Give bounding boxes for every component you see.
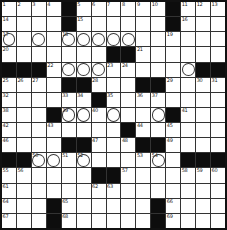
block-cell-r6-c11 [151, 78, 165, 92]
clue-number: 18 [62, 32, 68, 38]
block-cell-r4-c8 [107, 47, 121, 61]
clue-number: 32 [3, 93, 9, 99]
cell-r10-c7[interactable]: 47 [92, 138, 106, 152]
clue-number: 38 [3, 108, 9, 114]
cell-r13-c10[interactable] [136, 184, 150, 198]
block-cell-r10-c10 [136, 138, 150, 152]
cell-r15-c7[interactable] [92, 214, 106, 228]
cell-r12-c4[interactable] [47, 168, 61, 182]
circle-marker [182, 63, 195, 76]
block-cell-r5-c14 [196, 63, 210, 77]
cell-r9-c10[interactable]: 44 [136, 123, 150, 137]
cell-r9-c12[interactable]: 45 [166, 123, 180, 137]
cell-r4-c7[interactable] [92, 47, 106, 61]
cell-r2-c11[interactable] [151, 17, 165, 31]
block-cell-r5-c1 [2, 63, 16, 77]
cell-r5-c13[interactable] [181, 63, 195, 77]
cell-r11-c10[interactable]: 53 [136, 153, 150, 167]
cell-r13-c1[interactable]: 61 [2, 184, 16, 198]
cell-r14-c7[interactable] [92, 199, 106, 213]
cell-r2-c7[interactable] [92, 17, 106, 31]
cell-r1-c9[interactable]: 8 [121, 2, 135, 16]
cell-r3-c3[interactable] [32, 32, 46, 46]
cell-r11-c3[interactable]: 50 [32, 153, 46, 167]
clue-number: 56 [17, 168, 23, 174]
cell-r12-c12[interactable] [166, 168, 180, 182]
cell-r6-c1[interactable]: 25 [2, 78, 16, 92]
cell-r12-c1[interactable]: 55 [2, 168, 16, 182]
cell-r12-c13[interactable]: 58 [181, 168, 195, 182]
clue-number: 59 [197, 168, 203, 174]
cell-r12-c9[interactable]: 57 [121, 168, 135, 182]
clue-number: 48 [122, 138, 128, 144]
cell-r8-c14[interactable] [196, 108, 210, 122]
cell-r7-c6[interactable]: 34 [77, 93, 91, 107]
cell-r8-c2[interactable] [17, 108, 31, 122]
circle-marker [92, 33, 105, 46]
clue-number: 7 [107, 2, 110, 8]
clue-number: 1 [3, 2, 6, 8]
clue-number: 16 [182, 17, 188, 23]
cell-r9-c7[interactable] [92, 123, 106, 137]
cell-r6-c13[interactable] [181, 78, 195, 92]
cell-r3-c12[interactable]: 19 [166, 32, 180, 46]
block-cell-r11-c15 [211, 153, 225, 167]
clue-number: 9 [137, 2, 140, 8]
cell-r2-c13[interactable]: 16 [181, 17, 195, 31]
clue-number: 58 [182, 168, 188, 174]
cell-r15-c1[interactable]: 67 [2, 214, 16, 228]
cell-r9-c11[interactable] [151, 123, 165, 137]
cell-r3-c9[interactable] [121, 32, 135, 46]
block-cell-r10-c11 [151, 138, 165, 152]
clue-number: 8 [122, 2, 125, 8]
clue-number: 31 [212, 78, 218, 84]
clue-number: 22 [47, 63, 53, 69]
cell-r14-c3[interactable] [32, 199, 46, 213]
circle-marker [77, 33, 90, 46]
cell-r4-c3[interactable] [32, 47, 46, 61]
circle-marker [77, 63, 90, 76]
cell-r6-c14[interactable]: 30 [196, 78, 210, 92]
clue-number: 49 [167, 138, 173, 144]
cell-r13-c6[interactable] [77, 184, 91, 198]
cell-r1-c2[interactable]: 2 [17, 2, 31, 16]
clue-number: 2 [17, 2, 20, 8]
cell-r7-c10[interactable]: 36 [136, 93, 150, 107]
block-cell-r12-c8 [107, 168, 121, 182]
cell-r14-c5[interactable]: 65 [62, 199, 76, 213]
cell-r3-c10[interactable] [136, 32, 150, 46]
clue-number: 66 [167, 199, 173, 205]
clue-number: 13 [212, 2, 218, 8]
cell-r2-c9[interactable] [121, 17, 135, 31]
cell-r13-c8[interactable]: 63 [107, 184, 121, 198]
cell-r9-c3[interactable] [32, 123, 46, 137]
cell-r11-c9[interactable] [121, 153, 135, 167]
cell-r5-c9[interactable]: 24 [121, 63, 135, 77]
cell-r12-c14[interactable]: 59 [196, 168, 210, 182]
crossword-grid: 1234567891011121314151617181920212223242… [0, 0, 227, 230]
cell-r15-c8[interactable] [107, 214, 121, 228]
cell-r9-c6[interactable] [77, 123, 91, 137]
block-cell-r15-c4 [47, 214, 61, 228]
cell-r10-c3[interactable] [32, 138, 46, 152]
cell-r13-c9[interactable] [121, 184, 135, 198]
cell-r5-c7[interactable] [92, 63, 106, 77]
cell-r7-c5[interactable]: 33 [62, 93, 76, 107]
cell-r14-c14[interactable] [196, 199, 210, 213]
cell-r4-c14[interactable] [196, 47, 210, 61]
cell-r13-c13[interactable] [181, 184, 195, 198]
cell-r3-c1[interactable]: 17 [2, 32, 16, 46]
cell-r4-c2[interactable] [17, 47, 31, 61]
block-cell-r10-c5 [62, 138, 76, 152]
cell-r3-c5[interactable]: 18 [62, 32, 76, 46]
clue-number: 12 [197, 2, 203, 8]
cell-r11-c6[interactable]: 52 [77, 153, 91, 167]
clue-number: 62 [92, 184, 98, 190]
clue-number: 34 [77, 93, 83, 99]
cell-r10-c12[interactable]: 49 [166, 138, 180, 152]
cell-r14-c12[interactable]: 66 [166, 199, 180, 213]
cell-r6-c15[interactable]: 31 [211, 78, 225, 92]
cell-r7-c12[interactable] [166, 93, 180, 107]
cell-r7-c4[interactable] [47, 93, 61, 107]
clue-number: 65 [62, 199, 68, 205]
cell-r14-c10[interactable] [136, 199, 150, 213]
cell-r10-c2[interactable] [17, 138, 31, 152]
block-cell-r2-c12 [166, 17, 180, 31]
cell-r9-c4[interactable]: 43 [47, 123, 61, 137]
cell-r4-c4[interactable] [47, 47, 61, 61]
cell-r14-c9[interactable] [121, 199, 135, 213]
circle-marker [62, 63, 75, 76]
cell-r9-c15[interactable] [211, 123, 225, 137]
cell-r2-c15[interactable] [211, 17, 225, 31]
cell-r1-c11[interactable]: 10 [151, 2, 165, 16]
cell-r7-c3[interactable] [32, 93, 46, 107]
cell-r8-c13[interactable]: 41 [181, 108, 195, 122]
cell-r9-c1[interactable]: 42 [2, 123, 16, 137]
cell-r12-c3[interactable] [32, 168, 46, 182]
cell-r8-c15[interactable] [211, 108, 225, 122]
clue-number: 53 [137, 153, 143, 159]
clue-number: 46 [3, 138, 9, 144]
cell-r3-c6[interactable] [77, 32, 91, 46]
clue-number: 36 [137, 93, 143, 99]
cell-r4-c15[interactable] [211, 47, 225, 61]
cell-r12-c15[interactable]: 60 [211, 168, 225, 182]
block-cell-r6-c5 [62, 78, 76, 92]
clue-number: 55 [3, 168, 9, 174]
clue-number: 10 [152, 2, 158, 8]
clue-number: 24 [122, 63, 128, 69]
circle-marker [122, 33, 135, 46]
cell-r9-c5[interactable] [62, 123, 76, 137]
cell-r15-c10[interactable] [136, 214, 150, 228]
clue-number: 11 [182, 2, 188, 8]
cell-r14-c13[interactable] [181, 199, 195, 213]
cell-r3-c7[interactable] [92, 32, 106, 46]
clue-number: 17 [3, 32, 9, 38]
cell-r6-c7[interactable]: 28 [92, 78, 106, 92]
block-cell-r11-c2 [17, 153, 31, 167]
cell-r15-c9[interactable] [121, 214, 135, 228]
cell-r15-c6[interactable] [77, 214, 91, 228]
cell-r5-c10[interactable] [136, 63, 150, 77]
cell-r10-c9[interactable]: 48 [121, 138, 135, 152]
clue-number: 26 [17, 78, 23, 84]
cell-r1-c10[interactable]: 9 [136, 2, 150, 16]
block-cell-r11-c1 [2, 153, 16, 167]
cell-r10-c1[interactable]: 46 [2, 138, 16, 152]
clue-number: 37 [152, 93, 158, 99]
cell-r7-c13[interactable] [181, 93, 195, 107]
clue-number: 68 [62, 214, 68, 220]
clue-number: 20 [3, 47, 9, 53]
cell-r6-c8[interactable] [107, 78, 121, 92]
cell-r5-c8[interactable]: 23 [107, 63, 121, 77]
cell-r14-c15[interactable] [211, 199, 225, 213]
cell-r1-c13[interactable]: 11 [181, 2, 195, 16]
cell-r4-c10[interactable]: 21 [136, 47, 150, 61]
clue-number: 39 [62, 108, 68, 114]
cell-r6-c9[interactable] [121, 78, 135, 92]
clue-number: 35 [107, 93, 113, 99]
cell-r10-c15[interactable] [211, 138, 225, 152]
cell-r13-c15[interactable] [211, 184, 225, 198]
clue-number: 6 [92, 2, 95, 8]
cell-r14-c2[interactable] [17, 199, 31, 213]
cell-r5-c6[interactable] [77, 63, 91, 77]
cell-r7-c11[interactable]: 37 [151, 93, 165, 107]
cell-r14-c6[interactable] [77, 199, 91, 213]
cell-r2-c3[interactable] [32, 17, 46, 31]
circle-marker [32, 33, 45, 46]
block-cell-r14-c11 [151, 199, 165, 213]
cell-r3-c2[interactable] [17, 32, 31, 46]
block-cell-r4-c9 [121, 47, 135, 61]
block-cell-r7-c7 [92, 93, 106, 107]
cell-r5-c4[interactable]: 22 [47, 63, 61, 77]
cell-r11-c4[interactable] [47, 153, 61, 167]
block-cell-r8-c4 [47, 108, 61, 122]
cell-r15-c12[interactable]: 69 [166, 214, 180, 228]
cell-r13-c2[interactable] [17, 184, 31, 198]
cell-r9-c2[interactable] [17, 123, 31, 137]
clue-number: 33 [62, 93, 68, 99]
clue-number: 52 [77, 153, 83, 159]
cell-r9-c8[interactable] [107, 123, 121, 137]
cell-r1-c7[interactable]: 6 [92, 2, 106, 16]
cell-r6-c4[interactable] [47, 78, 61, 92]
cell-r2-c2[interactable] [17, 17, 31, 31]
clue-number: 57 [122, 168, 128, 174]
block-cell-r10-c6 [77, 138, 91, 152]
clue-number: 5 [77, 2, 80, 8]
clue-number: 63 [107, 184, 113, 190]
cell-r1-c6[interactable]: 5 [77, 2, 91, 16]
cell-r8-c5[interactable]: 39 [62, 108, 76, 122]
block-cell-r14-c4 [47, 199, 61, 213]
cell-r2-c14[interactable] [196, 17, 210, 31]
cell-r14-c1[interactable]: 64 [2, 199, 16, 213]
cell-r13-c7[interactable]: 62 [92, 184, 106, 198]
block-cell-r2-c5 [62, 17, 76, 31]
cell-r12-c10[interactable] [136, 168, 150, 182]
cell-r5-c11[interactable] [151, 63, 165, 77]
cell-r5-c5[interactable] [62, 63, 76, 77]
circle-marker [77, 108, 90, 121]
clue-number: 19 [167, 32, 173, 38]
block-cell-r11-c14 [196, 153, 210, 167]
circle-marker [107, 33, 120, 46]
cell-r2-c4[interactable] [47, 17, 61, 31]
clue-number: 3 [32, 2, 35, 8]
clue-number: 41 [182, 108, 188, 114]
cell-r3-c15[interactable] [211, 32, 225, 46]
cell-r11-c11[interactable]: 54 [151, 153, 165, 167]
cell-r2-c6[interactable]: 15 [77, 17, 91, 31]
cell-r1-c3[interactable]: 3 [32, 2, 46, 16]
cell-r1-c1[interactable]: 1 [2, 2, 16, 16]
clue-number: 43 [47, 123, 53, 129]
cell-r13-c11[interactable] [151, 184, 165, 198]
clue-number: 15 [77, 17, 83, 23]
block-cell-r1-c5 [62, 2, 76, 16]
cell-r13-c12[interactable] [166, 184, 180, 198]
block-cell-r12-c7 [92, 168, 106, 182]
cell-r1-c14[interactable]: 12 [196, 2, 210, 16]
clue-number: 50 [32, 153, 38, 159]
cell-r2-c8[interactable] [107, 17, 121, 31]
cell-r11-c12[interactable] [166, 153, 180, 167]
cell-r8-c9[interactable] [121, 108, 135, 122]
cell-r3-c4[interactable] [47, 32, 61, 46]
cell-r10-c4[interactable] [47, 138, 61, 152]
block-cell-r5-c3 [32, 63, 46, 77]
cell-r1-c8[interactable]: 7 [107, 2, 121, 16]
clue-number: 28 [92, 78, 98, 84]
cell-r15-c14[interactable] [196, 214, 210, 228]
clue-number: 27 [32, 78, 38, 84]
clue-number: 40 [92, 108, 98, 114]
block-cell-r5-c2 [17, 63, 31, 77]
clue-number: 60 [212, 168, 218, 174]
cell-r10-c14[interactable] [196, 138, 210, 152]
cell-r7-c14[interactable] [196, 93, 210, 107]
cell-r10-c8[interactable] [107, 138, 121, 152]
block-cell-r5-c15 [211, 63, 225, 77]
cell-r6-c2[interactable]: 26 [17, 78, 31, 92]
cell-r1-c4[interactable]: 4 [47, 2, 61, 16]
cell-r7-c2[interactable] [17, 93, 31, 107]
cell-r7-c9[interactable] [121, 93, 135, 107]
clue-number: 44 [137, 123, 143, 129]
clue-number: 42 [3, 123, 9, 129]
cell-r8-c10[interactable] [136, 108, 150, 122]
cell-r8-c11[interactable] [151, 108, 165, 122]
cell-r15-c2[interactable] [17, 214, 31, 228]
cell-r3-c11[interactable] [151, 32, 165, 46]
clue-number: 23 [107, 63, 113, 69]
cell-r13-c14[interactable] [196, 184, 210, 198]
cell-r12-c2[interactable]: 56 [17, 168, 31, 182]
cell-r4-c11[interactable] [151, 47, 165, 61]
cell-r4-c6[interactable] [77, 47, 91, 61]
clue-number: 4 [47, 2, 50, 8]
cell-r3-c13[interactable] [181, 32, 195, 46]
clue-number: 47 [92, 138, 98, 144]
block-cell-r6-c6 [77, 78, 91, 92]
circle-marker [107, 108, 120, 121]
cell-r8-c6[interactable] [77, 108, 91, 122]
clue-number: 14 [3, 17, 9, 23]
cell-r6-c3[interactable]: 27 [32, 78, 46, 92]
cell-r7-c15[interactable] [211, 93, 225, 107]
cell-r11-c5[interactable]: 51 [62, 153, 76, 167]
clue-number: 25 [3, 78, 9, 84]
cell-r11-c7[interactable] [92, 153, 106, 167]
block-cell-r11-c13 [181, 153, 195, 167]
cell-r4-c12[interactable] [166, 47, 180, 61]
cell-r3-c8[interactable] [107, 32, 121, 46]
cell-r7-c8[interactable]: 35 [107, 93, 121, 107]
cell-r6-c12[interactable]: 29 [166, 78, 180, 92]
cell-r5-c12[interactable] [166, 63, 180, 77]
clue-number: 64 [3, 199, 9, 205]
cell-r8-c3[interactable] [32, 108, 46, 122]
cell-r9-c13[interactable] [181, 123, 195, 137]
clue-number: 51 [62, 153, 68, 159]
cell-r8-c1[interactable]: 38 [2, 108, 16, 122]
cell-r13-c3[interactable] [32, 184, 46, 198]
cell-r15-c5[interactable]: 68 [62, 214, 76, 228]
cell-r4-c1[interactable]: 20 [2, 47, 16, 61]
circle-marker [92, 63, 105, 76]
cell-r13-c4[interactable] [47, 184, 61, 198]
cell-r9-c14[interactable] [196, 123, 210, 137]
cell-r15-c13[interactable] [181, 214, 195, 228]
clue-number: 21 [137, 47, 143, 53]
circle-marker [47, 154, 60, 167]
cell-r11-c8[interactable] [107, 153, 121, 167]
block-cell-r1-c12 [166, 2, 180, 16]
cell-r3-c14[interactable] [196, 32, 210, 46]
cell-r4-c13[interactable] [181, 47, 195, 61]
block-cell-r15-c11 [151, 214, 165, 228]
cell-r8-c7[interactable]: 40 [92, 108, 106, 122]
cell-r1-c15[interactable]: 13 [211, 2, 225, 16]
cell-r7-c1[interactable]: 32 [2, 93, 16, 107]
cell-r12-c11[interactable] [151, 168, 165, 182]
block-cell-r8-c12 [166, 108, 180, 122]
cell-r8-c8[interactable] [107, 108, 121, 122]
cell-r14-c8[interactable] [107, 199, 121, 213]
cell-r13-c5[interactable] [62, 184, 76, 198]
cell-r15-c3[interactable] [32, 214, 46, 228]
cell-r15-c15[interactable] [211, 214, 225, 228]
block-cell-r6-c10 [136, 78, 150, 92]
cell-r12-c6[interactable] [77, 168, 91, 182]
cell-r2-c10[interactable] [136, 17, 150, 31]
cell-r2-c1[interactable]: 14 [2, 17, 16, 31]
cell-r4-c5[interactable] [62, 47, 76, 61]
cell-r10-c13[interactable] [181, 138, 195, 152]
clue-number: 69 [167, 214, 173, 220]
cell-r12-c5[interactable] [62, 168, 76, 182]
